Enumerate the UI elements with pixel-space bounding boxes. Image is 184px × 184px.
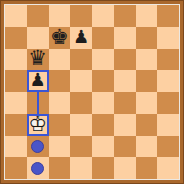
black-king[interactable]: ♚ [49, 27, 71, 49]
square-g2[interactable] [136, 136, 158, 158]
square-d8[interactable] [70, 5, 92, 27]
white-king-glyph: ♔ [28, 113, 47, 134]
square-d2[interactable] [70, 136, 92, 158]
square-b3[interactable]: ♚♔ [27, 114, 49, 136]
black-queen-glyph: ♛ [28, 48, 47, 69]
square-g4[interactable] [136, 92, 158, 114]
square-g6[interactable] [136, 49, 158, 71]
square-e5[interactable] [92, 70, 114, 92]
square-e3[interactable] [92, 114, 114, 136]
square-a7[interactable] [5, 27, 27, 49]
square-g5[interactable] [136, 70, 158, 92]
square-f2[interactable] [114, 136, 136, 158]
square-f4[interactable] [114, 92, 136, 114]
square-b8[interactable] [27, 5, 49, 27]
square-h2[interactable] [157, 136, 179, 158]
square-b1[interactable] [27, 157, 49, 179]
chess-board: ♚♟♛♟♚♔ [5, 5, 179, 179]
chess-board-frame: ♚♟♛♟♚♔ [0, 0, 184, 184]
black-pawn[interactable]: ♟ [27, 70, 49, 92]
square-a8[interactable] [5, 5, 27, 27]
square-b5[interactable]: ♟ [27, 70, 49, 92]
square-f7[interactable] [114, 27, 136, 49]
square-b2[interactable] [27, 136, 49, 158]
square-e4[interactable] [92, 92, 114, 114]
black-pawn-glyph: ♟ [73, 28, 89, 46]
square-a3[interactable] [5, 114, 27, 136]
square-g1[interactable] [136, 157, 158, 179]
square-g3[interactable] [136, 114, 158, 136]
square-d7[interactable]: ♟ [70, 27, 92, 49]
square-b6[interactable]: ♛ [27, 49, 49, 71]
square-a1[interactable] [5, 157, 27, 179]
square-e6[interactable] [92, 49, 114, 71]
square-e1[interactable] [92, 157, 114, 179]
square-d1[interactable] [70, 157, 92, 179]
square-f6[interactable] [114, 49, 136, 71]
black-queen[interactable]: ♛ [27, 49, 49, 71]
square-c1[interactable] [49, 157, 71, 179]
square-d3[interactable] [70, 114, 92, 136]
square-c3[interactable] [49, 114, 71, 136]
white-king[interactable]: ♚♔ [27, 114, 49, 136]
square-h6[interactable] [157, 49, 179, 71]
square-h5[interactable] [157, 70, 179, 92]
square-h1[interactable] [157, 157, 179, 179]
square-a4[interactable] [5, 92, 27, 114]
square-c7[interactable]: ♚ [49, 27, 71, 49]
square-a2[interactable] [5, 136, 27, 158]
square-e2[interactable] [92, 136, 114, 158]
square-c5[interactable] [49, 70, 71, 92]
square-f1[interactable] [114, 157, 136, 179]
square-d6[interactable] [70, 49, 92, 71]
square-d4[interactable] [70, 92, 92, 114]
black-pawn-glyph: ♟ [30, 71, 46, 89]
black-pawn[interactable]: ♟ [70, 27, 92, 49]
square-c2[interactable] [49, 136, 71, 158]
square-e7[interactable] [92, 27, 114, 49]
square-c6[interactable] [49, 49, 71, 71]
black-king-glyph: ♚ [50, 26, 69, 47]
square-e8[interactable] [92, 5, 114, 27]
square-h3[interactable] [157, 114, 179, 136]
square-c4[interactable] [49, 92, 71, 114]
square-h4[interactable] [157, 92, 179, 114]
square-g8[interactable] [136, 5, 158, 27]
square-d5[interactable] [70, 70, 92, 92]
square-f8[interactable] [114, 5, 136, 27]
square-f3[interactable] [114, 114, 136, 136]
square-g7[interactable] [136, 27, 158, 49]
square-a6[interactable] [5, 49, 27, 71]
square-f5[interactable] [114, 70, 136, 92]
square-h7[interactable] [157, 27, 179, 49]
chess-board-inner-border: ♚♟♛♟♚♔ [4, 4, 180, 180]
square-h8[interactable] [157, 5, 179, 27]
square-a5[interactable] [5, 70, 27, 92]
